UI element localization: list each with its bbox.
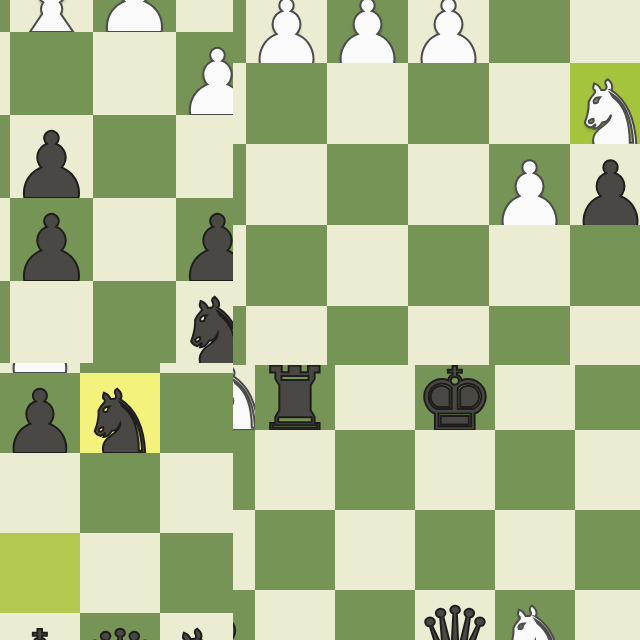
board-crop-top-right: ♟♟♟♞♟♟: [233, 0, 640, 365]
square[interactable]: ♞: [495, 590, 575, 640]
black-queen-piece[interactable]: ♛: [80, 623, 160, 640]
black-pawn-piece[interactable]: ♟: [570, 154, 640, 235]
square[interactable]: ♛: [415, 590, 495, 640]
square[interactable]: [408, 225, 489, 306]
square[interactable]: [0, 281, 10, 363]
square[interactable]: [575, 510, 640, 590]
square[interactable]: ♟: [93, 0, 176, 32]
black-knight-piece[interactable]: ♞: [160, 623, 233, 640]
square[interactable]: [233, 306, 246, 365]
square[interactable]: [0, 115, 10, 198]
highlighted-square[interactable]: [0, 533, 80, 613]
square[interactable]: [327, 63, 408, 144]
black-pawn-piece[interactable]: ♟: [0, 383, 80, 463]
square[interactable]: ♜: [255, 365, 335, 430]
square[interactable]: ♚: [0, 613, 80, 640]
square[interactable]: [489, 63, 570, 144]
square[interactable]: [489, 0, 570, 63]
square[interactable]: [335, 430, 415, 510]
square[interactable]: ♞: [160, 613, 233, 640]
square[interactable]: [233, 510, 255, 590]
square[interactable]: [327, 306, 408, 365]
highlighted-square[interactable]: ♞: [80, 373, 160, 453]
square[interactable]: ♞: [176, 281, 233, 363]
square[interactable]: [176, 0, 233, 32]
square[interactable]: [233, 430, 255, 510]
square[interactable]: [495, 430, 575, 510]
square[interactable]: [233, 225, 246, 306]
white-knight-piece[interactable]: ♞: [495, 600, 575, 640]
square[interactable]: ♞: [233, 365, 255, 430]
square[interactable]: [335, 590, 415, 640]
square[interactable]: [0, 32, 10, 115]
square[interactable]: [570, 225, 640, 306]
square[interactable]: [93, 198, 176, 281]
square[interactable]: [495, 365, 575, 430]
square[interactable]: [327, 225, 408, 306]
square[interactable]: [93, 115, 176, 198]
square[interactable]: [570, 0, 640, 63]
board-crop-bottom-right: ♞♜♚♝♛♞: [233, 365, 640, 640]
square[interactable]: ♟: [246, 0, 327, 63]
square[interactable]: [93, 32, 176, 115]
square[interactable]: [160, 373, 233, 453]
black-king-piece[interactable]: ♚: [0, 623, 80, 640]
square[interactable]: [408, 144, 489, 225]
square[interactable]: [160, 533, 233, 613]
square[interactable]: [0, 453, 80, 533]
square[interactable]: ♝: [233, 590, 255, 640]
highlighted-square[interactable]: ♞: [570, 63, 640, 144]
square[interactable]: [0, 198, 10, 281]
square[interactable]: ♚: [415, 365, 495, 430]
board-grid-top-right: ♟♟♟♞♟♟: [233, 0, 640, 365]
black-rook-piece[interactable]: ♜: [255, 365, 335, 440]
chess-board-collage: ♝♟♟♟♟♟♞ ♟♟♟♞♟♟ ♟♟♞♚♛♞ ♞♜♚♝♛♞: [0, 0, 640, 640]
square[interactable]: [335, 510, 415, 590]
square[interactable]: [415, 430, 495, 510]
square[interactable]: ♛: [80, 613, 160, 640]
square[interactable]: [495, 510, 575, 590]
square[interactable]: [233, 63, 246, 144]
square[interactable]: [80, 533, 160, 613]
board-crop-bottom-left: ♟♟♞♚♛♞: [0, 363, 233, 640]
square[interactable]: ♟: [10, 115, 93, 198]
square[interactable]: [246, 225, 327, 306]
square[interactable]: ♝: [10, 0, 93, 32]
square[interactable]: [327, 144, 408, 225]
square[interactable]: [575, 365, 640, 430]
square[interactable]: ♟: [176, 32, 233, 115]
white-pawn-piece[interactable]: ♟: [176, 42, 233, 125]
square[interactable]: [160, 453, 233, 533]
square[interactable]: [415, 510, 495, 590]
square[interactable]: [10, 281, 93, 363]
square[interactable]: ♟: [10, 198, 93, 281]
square[interactable]: [80, 453, 160, 533]
black-knight-piece[interactable]: ♞: [176, 291, 233, 363]
board-grid-bottom-right: ♞♜♚♝♛♞: [233, 365, 640, 640]
square[interactable]: [408, 63, 489, 144]
square[interactable]: [255, 510, 335, 590]
black-pawn-piece[interactable]: ♟: [10, 208, 93, 291]
square[interactable]: [489, 306, 570, 365]
square[interactable]: [0, 0, 10, 32]
square[interactable]: ♟: [327, 0, 408, 63]
square[interactable]: [233, 0, 246, 63]
board-grid-bottom-left: ♟♟♞♚♛♞: [0, 363, 233, 640]
square[interactable]: [176, 115, 233, 198]
square[interactable]: [255, 590, 335, 640]
board-crop-top-left: ♝♟♟♟♟♟♞: [0, 0, 233, 363]
square[interactable]: [335, 365, 415, 430]
square[interactable]: [489, 225, 570, 306]
square[interactable]: [408, 306, 489, 365]
square[interactable]: [246, 63, 327, 144]
square[interactable]: [233, 144, 246, 225]
black-knight-piece[interactable]: ♞: [80, 383, 160, 463]
square[interactable]: [246, 144, 327, 225]
square[interactable]: [575, 590, 640, 640]
square[interactable]: ♟: [489, 144, 570, 225]
white-pawn-piece[interactable]: ♟: [489, 154, 570, 235]
square[interactable]: ♟: [176, 198, 233, 281]
black-queen-piece[interactable]: ♛: [415, 600, 495, 640]
black-king-piece[interactable]: ♚: [415, 365, 495, 440]
square[interactable]: ♟: [408, 0, 489, 63]
square[interactable]: ♟: [570, 144, 640, 225]
square[interactable]: [575, 430, 640, 510]
square[interactable]: [10, 32, 93, 115]
square[interactable]: [255, 430, 335, 510]
square[interactable]: ♟: [0, 373, 80, 453]
square[interactable]: [160, 363, 233, 373]
square[interactable]: [93, 281, 176, 363]
square[interactable]: [570, 306, 640, 365]
board-grid-top-left: ♝♟♟♟♟♟♞: [0, 0, 233, 363]
square[interactable]: [246, 306, 327, 365]
